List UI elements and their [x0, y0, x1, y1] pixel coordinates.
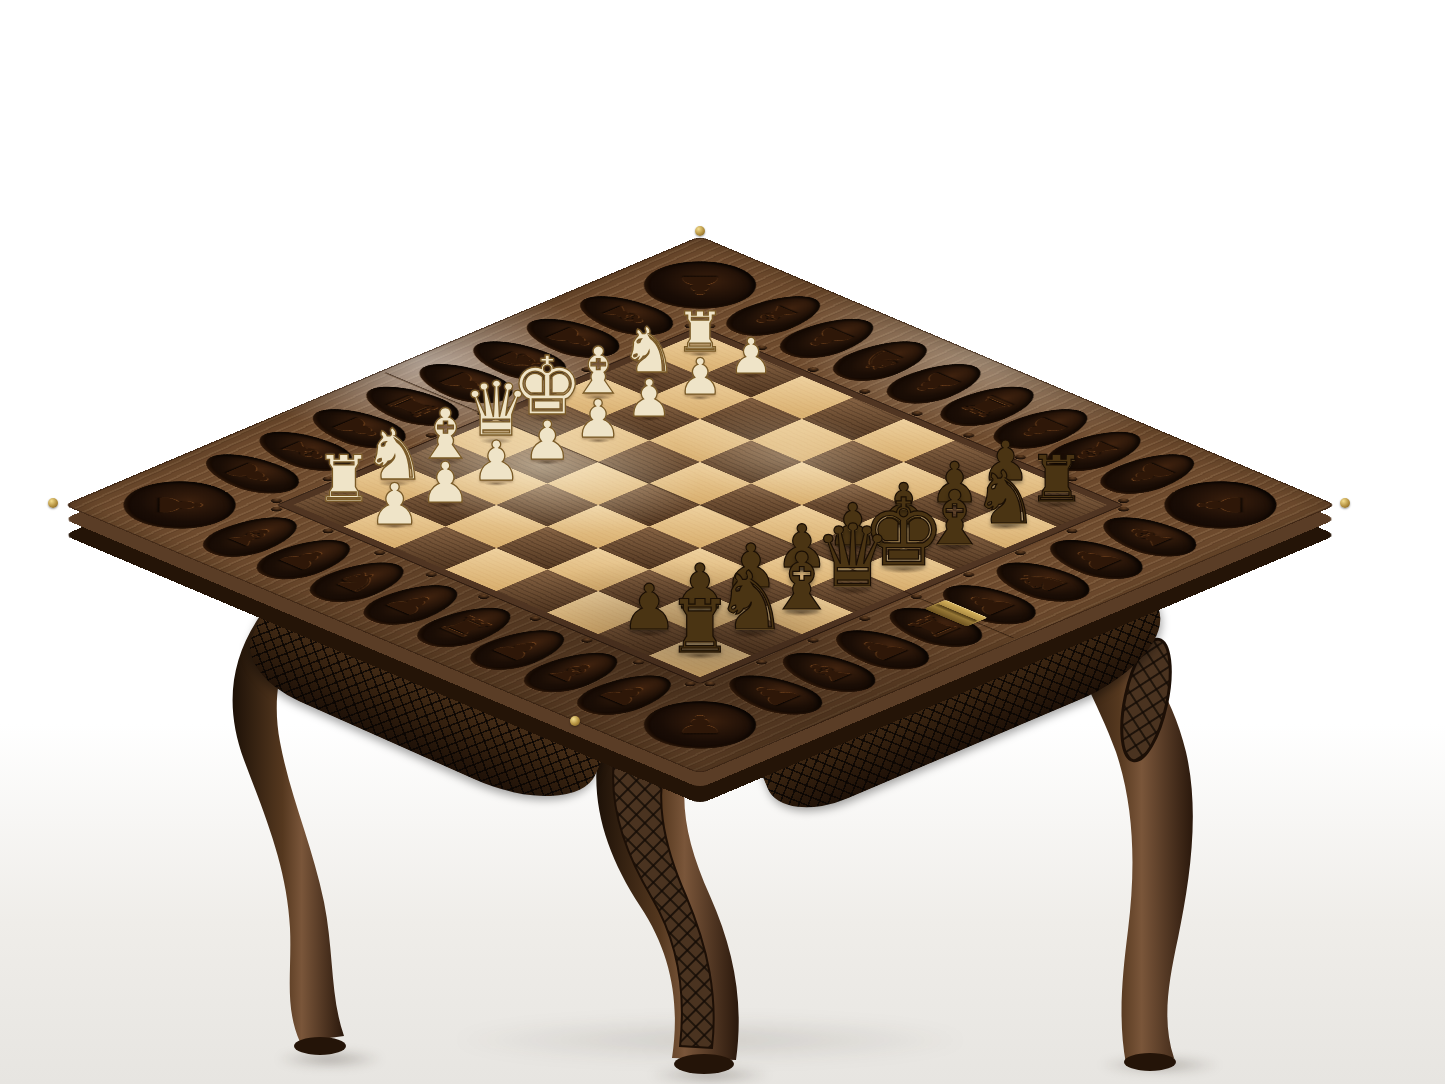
carved-piece-icon: ♟: [267, 543, 342, 575]
carved-piece-icon: ♜: [428, 611, 503, 643]
carved-piece-icon: ♝: [214, 521, 289, 553]
carved-piece-icon: ♞: [844, 345, 919, 377]
white-pawn-c2[interactable]: ♟: [472, 434, 521, 489]
pawn-glyph: ♟: [420, 455, 470, 511]
rook-glyph: ♜: [667, 590, 733, 663]
brass-pin: [48, 498, 58, 508]
white-pawn-d2[interactable]: ♟: [523, 414, 571, 468]
carved-piece-icon: ♟: [1191, 494, 1249, 516]
pawn-glyph: ♟: [369, 475, 420, 532]
carved-piece-icon: ♜: [951, 390, 1026, 422]
pawn-glyph: ♟: [575, 393, 622, 446]
carved-piece-icon: ♟: [1058, 543, 1133, 575]
carved-piece-icon: ♟: [151, 494, 209, 516]
leg-foot: [294, 1037, 346, 1055]
leg-foot: [1124, 1053, 1176, 1071]
white-pawn-e2[interactable]: ♟: [575, 393, 622, 446]
pawn-glyph: ♟: [472, 434, 521, 489]
carved-piece-icon: ♟: [374, 588, 449, 620]
carved-piece-icon: ♟: [737, 679, 812, 711]
black-rook-a8[interactable]: ♜: [667, 590, 733, 663]
pawn-glyph: ♟: [729, 332, 773, 381]
carved-piece-icon: ♝: [1111, 521, 1186, 553]
carved-piece-icon: ♟: [897, 367, 972, 399]
rook-glyph: ♜: [315, 447, 372, 511]
leg-foot: [674, 1054, 734, 1074]
white-pawn-g2[interactable]: ♟: [677, 352, 722, 402]
pawn-glyph: ♟: [626, 373, 672, 424]
carved-piece-icon: ♟: [214, 458, 289, 490]
carved-piece-icon: ♟: [674, 273, 726, 298]
carved-piece-icon: ♟: [1111, 458, 1186, 490]
carved-piece-icon: ♟: [674, 713, 726, 738]
carved-piece-icon: ♟: [844, 634, 919, 666]
carved-piece-icon: ♝: [790, 656, 865, 688]
white-pawn-a2[interactable]: ♟: [369, 475, 420, 532]
carved-piece-icon: ♟: [790, 322, 865, 354]
carved-piece-icon: ♟: [481, 634, 556, 666]
carved-piece-icon: ♞: [1004, 566, 1079, 598]
brass-pin: [570, 716, 580, 726]
pawn-glyph: ♟: [677, 352, 722, 402]
white-pawn-b2[interactable]: ♟: [420, 455, 470, 511]
studio-scene: ♝♟♞♟♜♟♝♟ ♝♟♞♟♜♟♝♟ ♝♟♞♟♜♟♝♟ ♝♟♞♟♜♟♝♟ ♟ ♟ …: [0, 0, 1445, 1084]
brass-pin: [695, 226, 705, 236]
carved-piece-icon: ♝: [535, 656, 610, 688]
white-pawn-f2[interactable]: ♟: [626, 373, 672, 424]
brass-pin: [1340, 498, 1350, 508]
pawn-glyph: ♟: [523, 414, 571, 468]
white-rook-a1[interactable]: ♜: [315, 447, 372, 511]
white-pawn-h2[interactable]: ♟: [729, 332, 773, 381]
carved-piece-icon: ♟: [588, 679, 663, 711]
carved-piece-icon: ♞: [321, 566, 396, 598]
